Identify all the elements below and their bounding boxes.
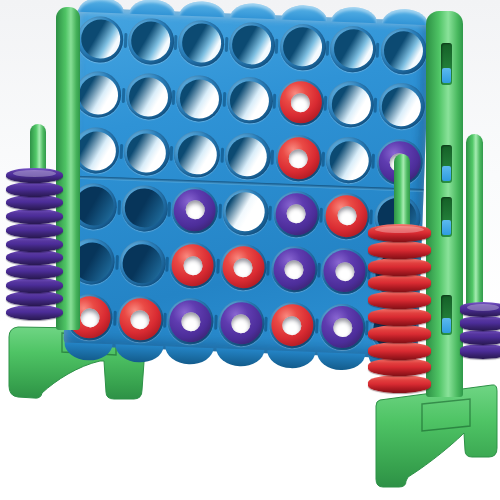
hole-interior	[76, 130, 116, 170]
cell-r2c5[interactable]	[274, 74, 327, 132]
blue-clip	[442, 220, 451, 235]
cell-r1c1[interactable]	[74, 11, 127, 69]
green-pole	[30, 124, 46, 174]
hole	[173, 131, 221, 179]
hole	[327, 81, 375, 129]
cell-r4c2[interactable]	[118, 179, 171, 237]
bottom-scallop	[317, 352, 366, 371]
hole	[228, 21, 276, 69]
cell-r6c6[interactable]	[316, 298, 369, 356]
purple-ring[interactable]	[460, 316, 500, 331]
frame-slot	[441, 295, 452, 335]
disc-hole	[284, 260, 304, 280]
green-pole	[394, 154, 410, 230]
disc-hole	[288, 149, 308, 169]
right-frame-post	[426, 11, 463, 397]
purple-ring[interactable]	[460, 330, 500, 345]
hole-interior	[331, 84, 371, 124]
red-ring[interactable]	[368, 308, 431, 326]
hole-interior	[333, 29, 373, 69]
hole	[378, 83, 426, 131]
hole	[329, 25, 377, 73]
cell-r5c4[interactable]	[217, 239, 270, 297]
cell-r6c3[interactable]	[165, 293, 218, 351]
top-scallop	[230, 3, 277, 20]
red-ring[interactable]	[368, 224, 431, 242]
hole-interior	[122, 244, 162, 284]
red-ring[interactable]	[368, 358, 431, 376]
disc-hole	[333, 317, 353, 337]
cell-r6c4[interactable]	[215, 295, 268, 353]
hole-interior	[78, 75, 118, 115]
purple-ring[interactable]	[6, 291, 63, 306]
hole	[119, 240, 167, 288]
hole	[127, 17, 175, 65]
disc-hole	[232, 313, 252, 333]
blue-clip	[442, 166, 451, 181]
red-ring[interactable]	[368, 375, 431, 393]
hole-interior	[124, 188, 164, 228]
cell-r6c2[interactable]	[114, 291, 167, 349]
purple-ring[interactable]	[460, 344, 500, 359]
purple-ring[interactable]	[6, 182, 63, 197]
bottom-scallop	[266, 350, 315, 369]
frame-slot	[441, 145, 452, 183]
hole-interior	[181, 23, 221, 63]
disc-hole	[335, 262, 355, 282]
top-scallop	[79, 0, 126, 13]
cell-r6c5[interactable]	[266, 297, 319, 355]
cell-r3c4[interactable]	[221, 128, 274, 186]
bottom-scallop	[165, 346, 214, 365]
cell-r1c4[interactable]	[226, 16, 279, 74]
hole	[226, 77, 274, 125]
red-ring[interactable]	[368, 291, 431, 309]
hole	[224, 133, 272, 181]
hole	[380, 27, 428, 75]
cell-r1c7[interactable]	[377, 22, 430, 80]
top-scallop	[129, 0, 176, 15]
cell-r1c2[interactable]	[125, 13, 178, 71]
cell-r4c5[interactable]	[270, 185, 323, 243]
cell-r4c3[interactable]	[169, 181, 222, 239]
purple-ring[interactable]	[6, 168, 63, 183]
purple-ring[interactable]	[6, 223, 63, 238]
hole-interior	[282, 27, 322, 67]
red-ring[interactable]	[368, 258, 431, 276]
hole-interior	[383, 31, 423, 71]
cell-r2c3[interactable]	[173, 70, 226, 128]
purple-ring[interactable]	[6, 264, 63, 279]
disc-hole	[234, 258, 254, 278]
hole-interior	[80, 19, 120, 59]
cell-r1c3[interactable]	[175, 15, 228, 73]
hole-interior	[129, 77, 169, 117]
purple-ring[interactable]	[6, 278, 63, 293]
top-scallop	[281, 4, 328, 21]
hole	[77, 16, 125, 64]
hole	[325, 136, 373, 184]
hole-interior	[131, 21, 171, 61]
cell-r2c6[interactable]	[325, 76, 378, 134]
top-scallop	[382, 8, 429, 25]
cell-r5c5[interactable]	[268, 241, 321, 299]
purple-ring[interactable]	[6, 209, 63, 224]
hole	[279, 23, 327, 71]
disc-hole	[80, 308, 100, 328]
hole-interior	[329, 140, 369, 180]
hole-interior	[230, 81, 270, 121]
purple-ring[interactable]	[6, 250, 63, 265]
cell-r3c5[interactable]	[272, 130, 325, 188]
red-ring[interactable]	[368, 342, 431, 360]
cell-r3c6[interactable]	[323, 132, 376, 190]
top-scallop	[180, 1, 227, 18]
purple-ring[interactable]	[6, 195, 63, 210]
cell-r5c3[interactable]	[167, 237, 220, 295]
cell-r5c6[interactable]	[318, 243, 371, 301]
hole-interior	[177, 134, 217, 174]
bottom-scallop	[216, 348, 265, 367]
hole	[178, 19, 226, 67]
disc-hole	[291, 93, 311, 113]
red-ring[interactable]	[368, 325, 431, 343]
hole-interior	[228, 136, 268, 176]
giant-connect-four-scene	[0, 0, 500, 500]
disc-hole	[181, 312, 201, 332]
cell-r5c2[interactable]	[116, 235, 169, 293]
hole	[123, 129, 171, 177]
disc-hole	[185, 200, 205, 220]
red-ring[interactable]	[368, 274, 431, 292]
hole	[222, 188, 270, 236]
cell-r2c2[interactable]	[123, 68, 176, 126]
top-scallop	[331, 6, 378, 23]
blue-clip	[442, 68, 451, 83]
hole-interior	[126, 132, 166, 172]
frame-slot	[441, 197, 452, 237]
cell-r1c5[interactable]	[276, 18, 329, 76]
hole	[176, 75, 224, 123]
disc-hole	[130, 310, 150, 330]
cell-r3c3[interactable]	[171, 126, 224, 184]
cell-r4c6[interactable]	[320, 187, 373, 245]
disc-hole	[286, 204, 306, 224]
hole-interior	[381, 86, 421, 126]
hole-interior	[232, 25, 272, 65]
green-pole	[466, 134, 483, 306]
cell-r1c6[interactable]	[327, 20, 380, 78]
hole	[125, 73, 173, 121]
cell-r2c4[interactable]	[224, 72, 277, 130]
disc-hole	[183, 256, 203, 276]
blue-clip	[442, 318, 451, 333]
hole-interior	[179, 79, 219, 119]
purple-ring[interactable]	[6, 237, 63, 252]
purple-ring[interactable]	[460, 302, 500, 317]
hole	[74, 71, 122, 119]
purple-ring[interactable]	[6, 305, 63, 320]
red-ring[interactable]	[368, 241, 431, 259]
disc-hole	[282, 315, 302, 335]
disc-hole	[337, 206, 357, 226]
cell-r3c2[interactable]	[120, 124, 173, 182]
hole-interior	[225, 192, 265, 232]
hole	[121, 184, 169, 232]
cell-r2c7[interactable]	[375, 78, 428, 136]
frame-slot	[441, 43, 452, 85]
cell-r4c4[interactable]	[219, 183, 272, 241]
